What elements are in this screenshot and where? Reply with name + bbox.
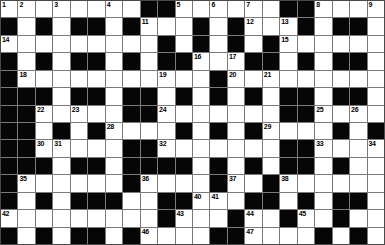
blocked-cell-r13-c20 (333, 210, 349, 226)
blocked-cell-r9-c8 (123, 140, 139, 156)
cell-r6-c10[interactable] (158, 88, 174, 104)
cell-r1-c2[interactable]: 2 (18, 1, 34, 17)
cell-r13-c9[interactable] (141, 210, 157, 226)
cell-r13-c7[interactable] (106, 210, 122, 226)
clue-number-19: 19 (159, 71, 166, 79)
cell-r13-c5[interactable] (71, 210, 87, 226)
cell-r3-c18[interactable] (298, 36, 314, 52)
cell-r3-c15[interactable] (245, 36, 261, 52)
cell-r12-c4[interactable] (53, 193, 69, 209)
blocked-cell-r9-c9 (141, 140, 157, 156)
cell-r1-c5[interactable] (71, 1, 87, 17)
cell-r3-c19[interactable] (315, 36, 331, 52)
cell-r14-c7[interactable] (106, 228, 122, 244)
cell-r10-c14[interactable] (228, 158, 244, 174)
blocked-cell-r11-c16 (263, 175, 279, 191)
cell-r11-c14[interactable]: 37 (228, 175, 244, 191)
cell-r7-c16[interactable] (263, 106, 279, 122)
cell-r13-c21[interactable] (350, 210, 366, 226)
cell-r3-c6[interactable] (88, 36, 104, 52)
cell-r14-c2[interactable] (18, 228, 34, 244)
cell-r3-c17[interactable]: 15 (280, 36, 296, 52)
blocked-cell-r11-c8 (123, 175, 139, 191)
clue-number-25: 25 (316, 106, 323, 114)
cell-r7-c14[interactable] (228, 106, 244, 122)
clue-number-31: 31 (54, 140, 61, 148)
cell-r5-c19[interactable] (315, 71, 331, 87)
blocked-cell-r2-c14 (228, 18, 244, 34)
blocked-cell-r8-c11 (176, 123, 192, 139)
blocked-cell-r2-c12 (193, 18, 209, 34)
cell-r1-c21[interactable] (350, 1, 366, 17)
cell-r12-c8[interactable] (123, 193, 139, 209)
blocked-cell-r10-c2 (18, 158, 34, 174)
cell-r7-c13[interactable] (210, 106, 226, 122)
cell-r14-c20[interactable] (333, 228, 349, 244)
cell-r1-c3[interactable] (36, 1, 52, 17)
blocked-cell-r3-c14 (228, 36, 244, 52)
cell-r12-c19[interactable] (315, 193, 331, 209)
clue-number-21: 21 (264, 71, 271, 79)
blocked-cell-r14-c3 (36, 228, 52, 244)
cell-r5-c2[interactable]: 18 (18, 71, 34, 87)
cell-r8-c10[interactable] (158, 123, 174, 139)
cell-r1-c6[interactable] (88, 1, 104, 17)
cell-r1-c7[interactable]: 4 (106, 1, 122, 17)
cell-r5-c6[interactable] (88, 71, 104, 87)
cell-r11-c9[interactable]: 36 (141, 175, 157, 191)
clue-number-40: 40 (194, 193, 201, 201)
cell-r5-c17[interactable] (280, 71, 296, 87)
cell-r12-c12[interactable]: 40 (193, 193, 209, 209)
cell-r1-c14[interactable] (228, 1, 244, 17)
blocked-cell-r10-c3 (36, 158, 52, 174)
cell-r5-c11[interactable] (176, 71, 192, 87)
cell-r2-c10[interactable] (158, 18, 174, 34)
cell-r6-c12[interactable] (193, 88, 209, 104)
cell-r7-c22[interactable] (368, 106, 384, 122)
blocked-cell-r4-c6 (88, 53, 104, 69)
cell-r5-c15[interactable] (245, 71, 261, 87)
blocked-cell-r4-c21 (350, 53, 366, 69)
clue-number-30: 30 (37, 140, 44, 148)
cell-r11-c2[interactable]: 35 (18, 175, 34, 191)
clue-number-44: 44 (246, 210, 253, 218)
cell-r11-c4[interactable] (53, 175, 69, 191)
cell-r7-c15[interactable] (245, 106, 261, 122)
cell-r7-c3[interactable]: 22 (36, 106, 52, 122)
cell-r2-c13[interactable] (210, 18, 226, 34)
blocked-cell-r5-c13 (210, 71, 226, 87)
cell-r8-c8[interactable] (123, 123, 139, 139)
blocked-cell-r12-c16 (263, 193, 279, 209)
cell-r6-c14[interactable] (228, 88, 244, 104)
blocked-cell-r14-c5 (71, 228, 87, 244)
blocked-cell-r7-c17 (280, 106, 296, 122)
cell-r5-c22[interactable] (368, 71, 384, 87)
cell-r1-c13[interactable]: 6 (210, 1, 226, 17)
cell-r2-c22[interactable] (368, 18, 384, 34)
cell-r13-c22[interactable] (368, 210, 384, 226)
blocked-cell-r6-c20 (333, 88, 349, 104)
cell-r14-c4[interactable] (53, 228, 69, 244)
cell-r8-c5[interactable] (71, 123, 87, 139)
clue-number-5: 5 (177, 1, 181, 9)
cell-r14-c18[interactable] (298, 228, 314, 244)
cell-r9-c11[interactable] (176, 140, 192, 156)
clue-number-12: 12 (246, 18, 253, 26)
cell-r3-c3[interactable] (36, 36, 52, 52)
cell-r9-c14[interactable] (228, 140, 244, 156)
cell-r10-c4[interactable] (53, 158, 69, 174)
cell-r13-c6[interactable] (88, 210, 104, 226)
clue-number-3: 3 (54, 1, 58, 9)
cell-r5-c18[interactable] (298, 71, 314, 87)
cell-r5-c7[interactable] (106, 71, 122, 87)
cell-r13-c11[interactable]: 43 (176, 210, 192, 226)
blocked-cell-r6-c1 (1, 88, 17, 104)
cell-r12-c9[interactable] (141, 193, 157, 209)
cell-r2-c15[interactable]: 12 (245, 18, 261, 34)
blocked-cell-r6-c17 (280, 88, 296, 104)
cell-r10-c16[interactable] (263, 158, 279, 174)
cell-r13-c3[interactable] (36, 210, 52, 226)
cell-r11-c18[interactable] (298, 175, 314, 191)
blocked-cell-r2-c1 (1, 18, 17, 34)
cell-r3-c21[interactable] (350, 36, 366, 52)
cell-r3-c22[interactable] (368, 36, 384, 52)
cell-r13-c16[interactable] (263, 210, 279, 226)
cell-r9-c13[interactable] (210, 140, 226, 156)
blocked-cell-r9-c18 (298, 140, 314, 156)
blocked-cell-r1-c9 (141, 1, 157, 17)
blocked-cell-r8-c6 (88, 123, 104, 139)
blocked-cell-r3-c16 (263, 36, 279, 52)
cell-r11-c12[interactable] (193, 175, 209, 191)
cell-r9-c10[interactable]: 32 (158, 140, 174, 156)
cell-r1-c8[interactable] (123, 1, 139, 17)
cell-r2-c17[interactable]: 13 (280, 18, 296, 34)
blocked-cell-r4-c8 (123, 53, 139, 69)
blocked-cell-r14-c13 (210, 228, 226, 244)
cell-r9-c15[interactable] (245, 140, 261, 156)
blocked-cell-r8-c13 (210, 123, 226, 139)
blocked-cell-r13-c14 (228, 210, 244, 226)
blocked-cell-r6-c2 (18, 88, 34, 104)
cell-r10-c7[interactable] (106, 158, 122, 174)
clue-number-46: 46 (142, 228, 149, 236)
clue-number-35: 35 (19, 175, 26, 183)
cell-r5-c16[interactable]: 21 (263, 71, 279, 87)
cell-r7-c11[interactable] (176, 106, 192, 122)
cell-r13-c12[interactable] (193, 210, 209, 226)
blocked-cell-r6-c13 (210, 88, 226, 104)
cell-r12-c17[interactable] (280, 193, 296, 209)
clue-number-26: 26 (351, 106, 358, 114)
cell-r5-c10[interactable]: 19 (158, 71, 174, 87)
cell-r8-c17[interactable] (280, 123, 296, 139)
clue-number-34: 34 (369, 140, 376, 148)
cell-r11-c6[interactable] (88, 175, 104, 191)
blocked-cell-r14-c21 (350, 228, 366, 244)
blocked-cell-r4-c3 (36, 53, 52, 69)
clue-number-9: 9 (369, 1, 373, 9)
blocked-cell-r4-c5 (71, 53, 87, 69)
cell-r3-c8[interactable] (123, 36, 139, 52)
cell-r11-c15[interactable] (245, 175, 261, 191)
cell-r12-c2[interactable] (18, 193, 34, 209)
cell-r14-c12[interactable] (193, 228, 209, 244)
blocked-cell-r7-c2 (18, 106, 34, 122)
cell-r2-c7[interactable] (106, 18, 122, 34)
blocked-cell-r10-c9 (141, 158, 157, 174)
cell-r8-c12[interactable] (193, 123, 209, 139)
cell-r7-c19[interactable]: 25 (315, 106, 331, 122)
cell-r14-c16[interactable] (263, 228, 279, 244)
cell-r9-c6[interactable] (88, 140, 104, 156)
cell-r9-c21[interactable] (350, 140, 366, 156)
blocked-cell-r4-c15 (245, 53, 261, 69)
blocked-cell-r2-c18 (298, 18, 314, 34)
cell-r9-c16[interactable] (263, 140, 279, 156)
blocked-cell-r6-c15 (245, 88, 261, 104)
cell-r7-c12[interactable] (193, 106, 209, 122)
cell-r3-c7[interactable] (106, 36, 122, 52)
cell-r7-c21[interactable]: 26 (350, 106, 366, 122)
cell-r11-c19[interactable] (315, 175, 331, 191)
blocked-cell-r6-c11 (176, 88, 192, 104)
cell-r11-c22[interactable] (368, 175, 384, 191)
cell-r13-c18[interactable]: 45 (298, 210, 314, 226)
cell-r5-c4[interactable] (53, 71, 69, 87)
cell-r6-c22[interactable] (368, 88, 384, 104)
blocked-cell-r9-c17 (280, 140, 296, 156)
cell-r3-c13[interactable] (210, 36, 226, 52)
cell-r13-c8[interactable] (123, 210, 139, 226)
blocked-cell-r6-c5 (71, 88, 87, 104)
cell-r7-c20[interactable] (333, 106, 349, 122)
cell-r13-c2[interactable] (18, 210, 34, 226)
cell-r4-c4[interactable] (53, 53, 69, 69)
cell-r13-c19[interactable] (315, 210, 331, 226)
cell-r5-c21[interactable] (350, 71, 366, 87)
blocked-cell-r8-c4 (53, 123, 69, 139)
cell-r12-c14[interactable] (228, 193, 244, 209)
cell-r3-c5[interactable] (71, 36, 87, 52)
cell-r2-c16[interactable] (263, 18, 279, 34)
clue-number-18: 18 (19, 71, 26, 79)
cell-r12-c22[interactable] (368, 193, 384, 209)
clue-number-42: 42 (2, 210, 9, 218)
cell-r5-c5[interactable] (71, 71, 87, 87)
blocked-cell-r8-c22 (368, 123, 384, 139)
cell-r5-c3[interactable] (36, 71, 52, 87)
clue-number-33: 33 (316, 140, 323, 148)
cell-r1-c19[interactable]: 8 (315, 1, 331, 17)
cell-r14-c17[interactable] (280, 228, 296, 244)
cell-r5-c14[interactable]: 20 (228, 71, 244, 87)
cell-r4-c22[interactable] (368, 53, 384, 69)
blocked-cell-r2-c3 (36, 18, 52, 34)
clue-number-23: 23 (72, 106, 79, 114)
cell-r8-c16[interactable]: 29 (263, 123, 279, 139)
cell-r4-c19[interactable] (315, 53, 331, 69)
cell-r5-c12[interactable] (193, 71, 209, 87)
blocked-cell-r12-c18 (298, 193, 314, 209)
blocked-cell-r12-c15 (245, 193, 261, 209)
cell-r10-c21[interactable] (350, 158, 366, 174)
cell-r6-c7[interactable] (106, 88, 122, 104)
cell-r3-c4[interactable] (53, 36, 69, 52)
cell-r8-c18[interactable] (298, 123, 314, 139)
blocked-cell-r8-c15 (245, 123, 261, 139)
crossword-board: 1234567891112131415161718192021222324252… (0, 0, 385, 245)
cell-r1-c11[interactable]: 5 (176, 1, 192, 17)
cell-r4-c14[interactable]: 17 (228, 53, 244, 69)
cell-r2-c9[interactable]: 11 (141, 18, 157, 34)
cell-r9-c19[interactable]: 33 (315, 140, 331, 156)
cell-r13-c13[interactable] (210, 210, 226, 226)
cell-r1-c15[interactable]: 7 (245, 1, 261, 17)
cell-r13-c1[interactable]: 42 (1, 210, 17, 226)
cell-r8-c9[interactable] (141, 123, 157, 139)
cell-r8-c7[interactable]: 28 (106, 123, 122, 139)
cell-r14-c9[interactable]: 46 (141, 228, 157, 244)
blocked-cell-r13-c10 (158, 210, 174, 226)
cell-r3-c20[interactable] (333, 36, 349, 52)
cell-r11-c11[interactable] (176, 175, 192, 191)
blocked-cell-r1-c17 (280, 1, 296, 17)
cell-r5-c9[interactable] (141, 71, 157, 87)
cell-r6-c16[interactable] (263, 88, 279, 104)
cell-r11-c17[interactable]: 38 (280, 175, 296, 191)
blocked-cell-r5-c1 (1, 71, 17, 87)
clue-number-45: 45 (299, 210, 306, 218)
blocked-cell-r10-c18 (298, 158, 314, 174)
blocked-cell-r10-c11 (176, 158, 192, 174)
cell-r7-c5[interactable]: 23 (71, 106, 87, 122)
cell-r2-c4[interactable] (53, 18, 69, 34)
cell-r8-c19[interactable] (315, 123, 331, 139)
cell-r10-c19[interactable] (315, 158, 331, 174)
cell-r13-c4[interactable] (53, 210, 69, 226)
cell-r10-c12[interactable] (193, 158, 209, 174)
cell-r11-c10[interactable] (158, 175, 174, 191)
clue-number-1: 1 (2, 1, 6, 9)
blocked-cell-r12-c3 (36, 193, 52, 209)
clue-number-37: 37 (229, 175, 236, 183)
cell-r4-c2[interactable] (18, 53, 34, 69)
cell-r4-c7[interactable] (106, 53, 122, 69)
clue-number-43: 43 (177, 210, 184, 218)
cell-r1-c20[interactable] (333, 1, 349, 17)
cell-r14-c11[interactable] (176, 228, 192, 244)
blocked-cell-r11-c1 (1, 175, 17, 191)
cell-r5-c20[interactable] (333, 71, 349, 87)
clue-number-24: 24 (159, 106, 166, 114)
cell-r4-c13[interactable] (210, 53, 226, 69)
cell-r14-c22[interactable] (368, 228, 384, 244)
cell-r14-c15[interactable]: 47 (245, 228, 261, 244)
clue-number-15: 15 (281, 36, 288, 44)
cell-r1-c1[interactable]: 1 (1, 1, 17, 17)
cell-r9-c20[interactable] (333, 140, 349, 156)
cell-r8-c3[interactable] (36, 123, 52, 139)
cell-r2-c11[interactable] (176, 18, 192, 34)
cell-r6-c19[interactable] (315, 88, 331, 104)
cell-r3-c1[interactable]: 14 (1, 36, 17, 52)
cell-r11-c7[interactable] (106, 175, 122, 191)
blocked-cell-r4-c18 (298, 53, 314, 69)
cell-r9-c5[interactable] (71, 140, 87, 156)
clue-number-29: 29 (264, 123, 271, 131)
blocked-cell-r4-c1 (1, 53, 17, 69)
blocked-cell-r8-c1 (1, 123, 17, 139)
cell-r9-c3[interactable]: 30 (36, 140, 52, 156)
cell-r14-c10[interactable] (158, 228, 174, 244)
cell-r3-c9[interactable] (141, 36, 157, 52)
blocked-cell-r12-c11 (176, 193, 192, 209)
cell-r6-c4[interactable] (53, 88, 69, 104)
blocked-cell-r12-c5 (71, 193, 87, 209)
cell-r3-c2[interactable] (18, 36, 34, 52)
cell-r8-c21[interactable] (350, 123, 366, 139)
blocked-cell-r12-c7 (106, 193, 122, 209)
blocked-cell-r12-c1 (1, 193, 17, 209)
blocked-cell-r6-c18 (298, 88, 314, 104)
cell-r10-c22[interactable] (368, 158, 384, 174)
cell-r1-c16[interactable] (263, 1, 279, 17)
blocked-cell-r10-c15 (245, 158, 261, 174)
blocked-cell-r6-c9 (141, 88, 157, 104)
cell-r2-c19[interactable] (315, 18, 331, 34)
cell-r7-c4[interactable] (53, 106, 69, 122)
cell-r9-c22[interactable]: 34 (368, 140, 384, 156)
cell-r11-c3[interactable] (36, 175, 52, 191)
cell-r1-c12[interactable] (193, 1, 209, 17)
cell-r13-c15[interactable]: 44 (245, 210, 261, 226)
blocked-cell-r7-c8 (123, 106, 139, 122)
cell-r4-c9[interactable] (141, 53, 157, 69)
blocked-cell-r12-c6 (88, 193, 104, 209)
cell-r2-c2[interactable] (18, 18, 34, 34)
cell-r9-c12[interactable] (193, 140, 209, 156)
blocked-cell-r14-c14 (228, 228, 244, 244)
cell-r3-c11[interactable] (176, 36, 192, 52)
cell-r7-c6[interactable] (88, 106, 104, 122)
clue-number-11: 11 (142, 18, 149, 26)
cell-r12-c13[interactable]: 41 (210, 193, 226, 209)
clue-number-2: 2 (19, 1, 23, 9)
blocked-cell-r14-c6 (88, 228, 104, 244)
cell-r5-c8[interactable] (123, 71, 139, 87)
cell-r8-c14[interactable] (228, 123, 244, 139)
cell-r4-c17[interactable] (280, 53, 296, 69)
blocked-cell-r9-c2 (18, 140, 34, 156)
cell-r9-c7[interactable] (106, 140, 122, 156)
blocked-cell-r4-c10 (158, 53, 174, 69)
cell-r11-c5[interactable] (71, 175, 87, 191)
cell-r1-c22[interactable]: 9 (368, 1, 384, 17)
cell-r4-c12[interactable]: 16 (193, 53, 209, 69)
cell-r9-c4[interactable]: 31 (53, 140, 69, 156)
cell-r1-c4[interactable]: 3 (53, 1, 69, 17)
cell-r11-c20[interactable] (333, 175, 349, 191)
blocked-cell-r14-c8 (123, 228, 139, 244)
cell-r11-c21[interactable] (350, 175, 366, 191)
cell-r7-c7[interactable] (106, 106, 122, 122)
cell-r7-c10[interactable]: 24 (158, 106, 174, 122)
